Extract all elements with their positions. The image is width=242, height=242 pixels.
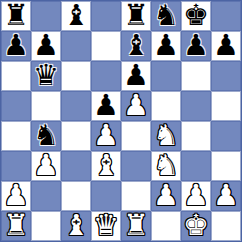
piece-white-bishop: ♝ xyxy=(63,210,89,240)
square-g6[interactable] xyxy=(181,61,211,91)
piece-black-bishop: ♝ xyxy=(123,30,149,60)
square-c8[interactable]: ♝ xyxy=(61,1,91,31)
square-d4[interactable]: ♟ xyxy=(91,121,121,151)
square-g8[interactable]: ♚ xyxy=(181,1,211,31)
piece-black-knight: ♞ xyxy=(33,120,59,150)
square-d3[interactable]: ♝ xyxy=(91,151,121,181)
piece-black-knight: ♞ xyxy=(153,0,179,30)
square-b4[interactable]: ♞ xyxy=(31,121,61,151)
piece-black-rook: ♜ xyxy=(123,0,149,30)
square-g5[interactable] xyxy=(181,91,211,121)
square-a4[interactable] xyxy=(1,121,31,151)
square-d8[interactable] xyxy=(91,1,121,31)
square-e5[interactable]: ♟ xyxy=(121,91,151,121)
piece-black-pawn: ♟ xyxy=(183,30,209,60)
square-f2[interactable]: ♟ xyxy=(151,181,181,211)
piece-black-rook: ♜ xyxy=(3,0,29,30)
piece-white-pawn: ♟ xyxy=(183,180,209,210)
chess-board-wrap: ♜♝♜♞♚♟♟♝♟♟♟♛♟♟♟♞♟♞♟♝♞♟♟♟♟♜♝♛♜♚ xyxy=(0,0,242,242)
square-e7[interactable]: ♝ xyxy=(121,31,151,61)
square-a8[interactable]: ♜ xyxy=(1,1,31,31)
square-e8[interactable]: ♜ xyxy=(121,1,151,31)
square-c1[interactable]: ♝ xyxy=(61,211,91,241)
piece-white-bishop: ♝ xyxy=(93,150,119,180)
square-f7[interactable]: ♟ xyxy=(151,31,181,61)
square-h2[interactable]: ♟ xyxy=(211,181,241,211)
square-a5[interactable] xyxy=(1,91,31,121)
square-g3[interactable] xyxy=(181,151,211,181)
piece-white-king: ♚ xyxy=(183,210,209,240)
piece-white-rook: ♜ xyxy=(123,210,149,240)
piece-black-pawn: ♟ xyxy=(153,30,179,60)
square-c7[interactable] xyxy=(61,31,91,61)
square-h3[interactable] xyxy=(211,151,241,181)
piece-black-pawn: ♟ xyxy=(3,30,29,60)
square-b1[interactable] xyxy=(31,211,61,241)
chess-board: ♜♝♜♞♚♟♟♝♟♟♟♛♟♟♟♞♟♞♟♝♞♟♟♟♟♜♝♛♜♚ xyxy=(0,0,242,242)
square-b8[interactable] xyxy=(31,1,61,31)
piece-white-pawn: ♟ xyxy=(213,180,239,210)
piece-black-pawn: ♟ xyxy=(213,30,239,60)
piece-white-knight: ♞ xyxy=(153,120,179,150)
square-a6[interactable] xyxy=(1,61,31,91)
square-h7[interactable]: ♟ xyxy=(211,31,241,61)
square-h5[interactable] xyxy=(211,91,241,121)
square-b6[interactable]: ♛ xyxy=(31,61,61,91)
square-c5[interactable] xyxy=(61,91,91,121)
piece-black-pawn: ♟ xyxy=(123,60,149,90)
square-b7[interactable]: ♟ xyxy=(31,31,61,61)
square-d5[interactable]: ♟ xyxy=(91,91,121,121)
square-d7[interactable] xyxy=(91,31,121,61)
square-a2[interactable]: ♟ xyxy=(1,181,31,211)
square-c3[interactable] xyxy=(61,151,91,181)
square-b2[interactable] xyxy=(31,181,61,211)
square-a7[interactable]: ♟ xyxy=(1,31,31,61)
square-e2[interactable] xyxy=(121,181,151,211)
piece-black-pawn: ♟ xyxy=(33,30,59,60)
square-f8[interactable]: ♞ xyxy=(151,1,181,31)
piece-white-queen: ♛ xyxy=(93,210,119,240)
square-f5[interactable] xyxy=(151,91,181,121)
piece-white-pawn: ♟ xyxy=(3,180,29,210)
square-c2[interactable] xyxy=(61,181,91,211)
square-a3[interactable] xyxy=(1,151,31,181)
square-d2[interactable] xyxy=(91,181,121,211)
square-e4[interactable] xyxy=(121,121,151,151)
square-h4[interactable] xyxy=(211,121,241,151)
square-c6[interactable] xyxy=(61,61,91,91)
piece-white-rook: ♜ xyxy=(3,210,29,240)
square-f3[interactable]: ♞ xyxy=(151,151,181,181)
piece-white-pawn: ♟ xyxy=(93,120,119,150)
square-f4[interactable]: ♞ xyxy=(151,121,181,151)
piece-white-pawn: ♟ xyxy=(123,90,149,120)
square-g4[interactable] xyxy=(181,121,211,151)
square-h1[interactable] xyxy=(211,211,241,241)
square-d1[interactable]: ♛ xyxy=(91,211,121,241)
square-d6[interactable] xyxy=(91,61,121,91)
square-e1[interactable]: ♜ xyxy=(121,211,151,241)
piece-black-pawn: ♟ xyxy=(93,90,119,120)
square-e3[interactable] xyxy=(121,151,151,181)
square-a1[interactable]: ♜ xyxy=(1,211,31,241)
square-e6[interactable]: ♟ xyxy=(121,61,151,91)
piece-black-queen: ♛ xyxy=(33,60,59,90)
square-b5[interactable] xyxy=(31,91,61,121)
square-f6[interactable] xyxy=(151,61,181,91)
square-f1[interactable] xyxy=(151,211,181,241)
square-h6[interactable] xyxy=(211,61,241,91)
square-g7[interactable]: ♟ xyxy=(181,31,211,61)
square-b3[interactable]: ♟ xyxy=(31,151,61,181)
square-h8[interactable] xyxy=(211,1,241,31)
square-g2[interactable]: ♟ xyxy=(181,181,211,211)
square-g1[interactable]: ♚ xyxy=(181,211,211,241)
piece-white-pawn: ♟ xyxy=(153,180,179,210)
piece-white-knight: ♞ xyxy=(153,150,179,180)
piece-white-pawn: ♟ xyxy=(33,150,59,180)
square-c4[interactable] xyxy=(61,121,91,151)
piece-black-king: ♚ xyxy=(183,0,209,30)
piece-black-bishop: ♝ xyxy=(63,0,89,30)
